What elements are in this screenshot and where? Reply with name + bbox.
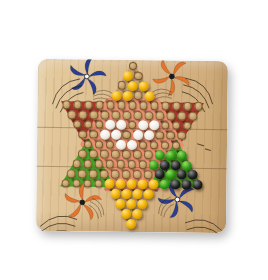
hole-empty — [100, 150, 109, 159]
hole-empty — [150, 101, 159, 110]
hole-empty — [68, 110, 77, 119]
marble-black — [160, 160, 170, 170]
marble-yellow — [143, 189, 153, 199]
marble-green — [165, 170, 175, 180]
hole-empty — [122, 170, 131, 179]
hole-empty — [89, 130, 98, 139]
marble-yellow — [126, 199, 136, 209]
foliage-sketch — [185, 214, 224, 233]
hole-empty — [67, 169, 76, 178]
hole-empty — [84, 101, 93, 110]
chinese-checkers-board — [36, 59, 228, 233]
hole-empty — [161, 101, 170, 110]
hole-empty — [89, 150, 98, 159]
marble-yellow — [144, 91, 154, 101]
marble-green — [182, 160, 192, 170]
product-photo-scene: { "game": "chinese-checkers", "scene": {… — [0, 0, 268, 280]
marble-white — [100, 130, 110, 140]
hole-empty — [144, 170, 153, 179]
hole-empty — [172, 102, 181, 111]
hole-empty — [100, 170, 109, 179]
hole-empty — [144, 150, 153, 159]
pinwheel-bottom-left — [62, 182, 102, 221]
marble-yellow — [122, 71, 132, 81]
hole-empty — [166, 131, 175, 140]
hole-empty — [116, 160, 125, 169]
hole-empty — [89, 170, 98, 179]
marble-black — [154, 170, 164, 180]
hole-empty — [138, 160, 147, 169]
marble-white — [116, 140, 126, 150]
hole-empty — [155, 131, 164, 140]
hole-empty — [72, 159, 81, 168]
hole-empty — [183, 102, 192, 111]
hole-empty — [122, 131, 131, 140]
hole-empty — [134, 72, 143, 81]
marble-yellow — [137, 199, 147, 209]
hole-empty — [123, 111, 132, 120]
marble-black — [176, 170, 186, 180]
marble-yellow — [121, 189, 131, 199]
hole-empty — [94, 160, 103, 169]
hole-empty — [83, 160, 92, 169]
hole-empty — [178, 111, 187, 120]
hole-empty — [101, 111, 110, 120]
marble-white — [111, 130, 121, 140]
hole-empty — [127, 160, 136, 169]
hole-empty — [117, 101, 126, 110]
marble-black — [187, 170, 197, 180]
hole-empty — [133, 150, 142, 159]
marble-green — [149, 160, 159, 170]
hole-empty — [111, 170, 120, 179]
marble-white — [133, 130, 143, 140]
marble-yellow — [111, 90, 121, 100]
marble-yellow — [115, 199, 125, 209]
hole-empty — [122, 150, 131, 159]
hole-empty — [106, 101, 115, 110]
hole-empty — [78, 150, 87, 159]
marble-yellow — [126, 219, 136, 229]
hole-empty — [134, 91, 143, 100]
wood-knot-marks — [197, 144, 211, 151]
marble-green — [154, 150, 164, 160]
hole-empty — [139, 101, 148, 110]
marble-white — [144, 130, 154, 140]
hole-empty — [73, 100, 82, 109]
marble-green — [176, 150, 186, 160]
hole-empty — [90, 110, 99, 119]
marble-green — [165, 150, 175, 160]
hole-empty — [177, 131, 186, 140]
marble-yellow — [122, 90, 132, 100]
marble-yellow — [128, 81, 138, 91]
marble-yellow — [132, 209, 142, 219]
marble-yellow — [132, 189, 142, 199]
hole-empty — [189, 112, 198, 121]
hole-empty — [167, 111, 176, 120]
marble-black — [171, 160, 181, 170]
hole-empty — [95, 101, 104, 110]
hole-empty — [156, 111, 165, 120]
hole-empty — [111, 150, 120, 159]
marble-yellow — [139, 81, 149, 91]
pinwheel-top-left — [68, 59, 107, 96]
marble-yellow — [121, 209, 131, 219]
foliage-sketch — [38, 210, 78, 233]
hole-empty — [145, 111, 154, 120]
hole-empty — [78, 130, 87, 139]
hole-empty — [79, 110, 88, 119]
hole-empty — [105, 160, 114, 169]
hole-empty — [194, 102, 203, 111]
hole-empty — [133, 170, 142, 179]
hole-empty — [128, 101, 137, 110]
hole-empty — [62, 100, 71, 109]
hole-empty — [78, 169, 87, 178]
marble-white — [127, 140, 137, 150]
hole-empty — [112, 111, 121, 120]
marble-yellow — [110, 189, 120, 199]
hole-empty — [134, 111, 143, 120]
